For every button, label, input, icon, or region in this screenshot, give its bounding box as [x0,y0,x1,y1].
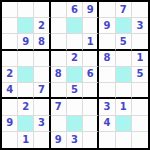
sudoku-cell-empty-r5c8[interactable] [116,67,132,83]
sudoku-cell-empty-r4c2[interactable] [18,51,34,67]
sudoku-cell-given-r9c2[interactable]: 1 [18,132,34,148]
sudoku-cell-given-r3c6[interactable]: 1 [83,34,99,50]
sudoku-cell-given-r3c8[interactable]: 5 [116,34,132,50]
sudoku-cell-given-r4c5[interactable]: 2 [67,51,83,67]
sudoku-cell-empty-r5c7[interactable] [99,67,115,83]
sudoku-cell-given-r2c9[interactable]: 3 [132,18,148,34]
sudoku-cell-empty-r1c2[interactable] [18,2,34,18]
sudoku-cell-given-r7c7[interactable]: 3 [99,99,115,115]
sudoku-cell-empty-r4c4[interactable] [51,51,67,67]
sudoku-cell-empty-r3c7[interactable] [99,34,115,50]
sudoku-cell-given-r5c1[interactable]: 2 [2,67,18,83]
sudoku-cell-empty-r6c9[interactable] [132,83,148,99]
sudoku-cell-given-r1c8[interactable]: 7 [116,2,132,18]
sudoku-cell-given-r8c7[interactable]: 4 [99,116,115,132]
sudoku-cell-empty-r8c5[interactable] [67,116,83,132]
sudoku-cell-empty-r6c4[interactable] [51,83,67,99]
sudoku-cell-given-r5c9[interactable]: 5 [132,67,148,83]
sudoku-cell-empty-r6c2[interactable] [18,83,34,99]
sudoku-cell-empty-r2c6[interactable] [83,18,99,34]
sudoku-cell-empty-r1c7[interactable] [99,2,115,18]
sudoku-cell-given-r9c5[interactable]: 3 [67,132,83,148]
sudoku-cell-empty-r9c3[interactable] [34,132,50,148]
sudoku-cell-empty-r2c1[interactable] [2,18,18,34]
sudoku-cell-empty-r4c8[interactable] [116,51,132,67]
sudoku-cell-empty-r6c6[interactable] [83,83,99,99]
sudoku-cell-empty-r5c5[interactable] [67,67,83,83]
sudoku-cell-empty-r7c6[interactable] [83,99,99,115]
sudoku-cell-given-r7c4[interactable]: 7 [51,99,67,115]
sudoku-cell-empty-r3c9[interactable] [132,34,148,50]
sudoku-cell-empty-r8c9[interactable] [132,116,148,132]
sudoku-cell-empty-r5c3[interactable] [34,67,50,83]
sudoku-cell-empty-r7c9[interactable] [132,99,148,115]
sudoku-cell-empty-r5c2[interactable] [18,67,34,83]
sudoku-cell-empty-r2c8[interactable] [116,18,132,34]
sudoku-cell-empty-r9c8[interactable] [116,132,132,148]
sudoku-cell-empty-r4c1[interactable] [2,51,18,67]
sudoku-cell-empty-r2c4[interactable] [51,18,67,34]
sudoku-cell-empty-r9c6[interactable] [83,132,99,148]
sudoku-cell-given-r6c3[interactable]: 7 [34,83,50,99]
sudoku-cell-empty-r4c3[interactable] [34,51,50,67]
sudoku-cell-empty-r9c7[interactable] [99,132,115,148]
sudoku-cell-given-r3c2[interactable]: 9 [18,34,34,50]
sudoku-cell-empty-r3c4[interactable] [51,34,67,50]
sudoku-cell-given-r2c3[interactable]: 2 [34,18,50,34]
sudoku-cell-given-r7c8[interactable]: 1 [116,99,132,115]
sudoku-cell-empty-r8c8[interactable] [116,116,132,132]
sudoku-cell-given-r6c1[interactable]: 4 [2,83,18,99]
sudoku-cell-empty-r9c1[interactable] [2,132,18,148]
sudoku-cell-empty-r3c1[interactable] [2,34,18,50]
sudoku-cell-given-r5c4[interactable]: 8 [51,67,67,83]
sudoku-cell-empty-r8c6[interactable] [83,116,99,132]
sudoku-cell-empty-r6c8[interactable] [116,83,132,99]
sudoku-cell-given-r2c7[interactable]: 9 [99,18,115,34]
sudoku-cell-empty-r6c7[interactable] [99,83,115,99]
sudoku-cell-given-r6c5[interactable]: 5 [67,83,83,99]
sudoku-cell-empty-r1c1[interactable] [2,2,18,18]
sudoku-cell-empty-r8c2[interactable] [18,116,34,132]
sudoku-cell-empty-r2c2[interactable] [18,18,34,34]
sudoku-cell-given-r8c1[interactable]: 9 [2,116,18,132]
sudoku-cell-empty-r1c9[interactable] [132,2,148,18]
sudoku-cell-empty-r7c5[interactable] [67,99,83,115]
sudoku-cell-empty-r1c3[interactable] [34,2,50,18]
sudoku-cell-given-r5c6[interactable]: 6 [83,67,99,83]
sudoku-cell-empty-r4c6[interactable] [83,51,99,67]
sudoku-cell-empty-r7c3[interactable] [34,99,50,115]
sudoku-cell-given-r9c4[interactable]: 9 [51,132,67,148]
sudoku-board: 697293981528128654752731934193 [0,0,150,150]
sudoku-cell-empty-r7c1[interactable] [2,99,18,115]
sudoku-cell-empty-r1c4[interactable] [51,2,67,18]
sudoku-cell-given-r1c6[interactable]: 9 [83,2,99,18]
sudoku-cell-empty-r9c9[interactable] [132,132,148,148]
sudoku-cell-given-r4c7[interactable]: 8 [99,51,115,67]
sudoku-cell-given-r3c3[interactable]: 8 [34,34,50,50]
sudoku-cell-given-r8c3[interactable]: 3 [34,116,50,132]
sudoku-cell-given-r4c9[interactable]: 1 [132,51,148,67]
sudoku-cell-empty-r3c5[interactable] [67,34,83,50]
sudoku-cell-given-r1c5[interactable]: 6 [67,2,83,18]
sudoku-cell-given-r7c2[interactable]: 2 [18,99,34,115]
sudoku-cell-empty-r2c5[interactable] [67,18,83,34]
sudoku-cell-empty-r8c4[interactable] [51,116,67,132]
